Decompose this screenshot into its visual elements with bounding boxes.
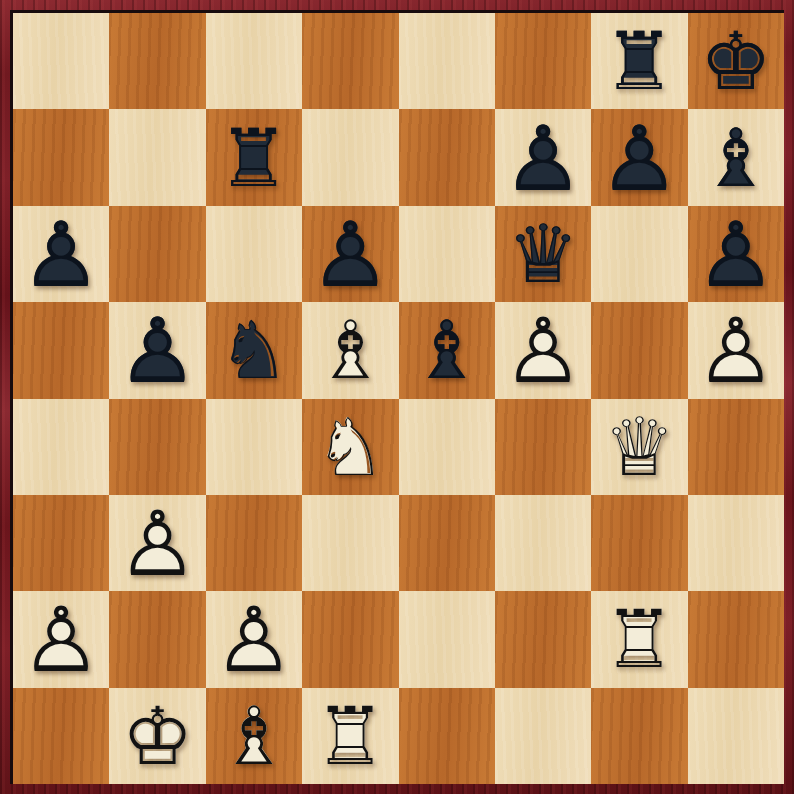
- piece-outline-glyph: ♙: [695, 306, 776, 396]
- white-pawn-icon[interactable]: ♟♙: [109, 495, 205, 591]
- black-king-icon[interactable]: ♚♔: [688, 13, 784, 109]
- piece-outline-glyph: ♖: [604, 600, 676, 680]
- square-c5[interactable]: ♞♘: [206, 302, 302, 398]
- black-pawn-icon[interactable]: ♟♙: [688, 206, 784, 302]
- square-e2[interactable]: [399, 591, 495, 687]
- square-a7[interactable]: [13, 109, 109, 205]
- square-a5[interactable]: [13, 302, 109, 398]
- white-rook-icon[interactable]: ♜♖: [591, 591, 687, 687]
- piece-outline-glyph: ♕: [604, 408, 676, 488]
- square-a3[interactable]: [13, 495, 109, 591]
- black-pawn-icon[interactable]: ♟♙: [495, 109, 591, 205]
- square-g5[interactable]: [591, 302, 687, 398]
- white-bishop-icon[interactable]: ♝♗: [302, 302, 398, 398]
- square-b1[interactable]: ♚♔: [109, 688, 205, 784]
- square-g4[interactable]: ♛♕: [591, 399, 687, 495]
- square-f1[interactable]: [495, 688, 591, 784]
- white-bishop-icon[interactable]: ♝♗: [206, 688, 302, 784]
- square-h1[interactable]: [688, 688, 784, 784]
- white-king-icon[interactable]: ♚♔: [109, 688, 205, 784]
- square-f8[interactable]: [495, 13, 591, 109]
- square-a2[interactable]: ♟♙: [13, 591, 109, 687]
- square-h8[interactable]: ♚♔: [688, 13, 784, 109]
- board-frame: ♜♖♚♔♜♖♟♙♟♙♝♗♟♙♟♙♛♕♟♙♟♙♞♘♝♗♝♗♟♙♟♙♞♘♛♕♟♙♟♙…: [0, 0, 794, 794]
- square-e4[interactable]: [399, 399, 495, 495]
- square-e7[interactable]: [399, 109, 495, 205]
- black-bishop-icon[interactable]: ♝♗: [688, 109, 784, 205]
- piece-outline-glyph: ♙: [503, 114, 584, 204]
- square-h2[interactable]: [688, 591, 784, 687]
- piece-outline-glyph: ♙: [310, 210, 391, 300]
- black-pawn-icon[interactable]: ♟♙: [13, 206, 109, 302]
- board-inner-edge: ♜♖♚♔♜♖♟♙♟♙♝♗♟♙♟♙♛♕♟♙♟♙♞♘♝♗♝♗♟♙♟♙♞♘♛♕♟♙♟♙…: [10, 10, 784, 784]
- black-bishop-icon[interactable]: ♝♗: [399, 302, 495, 398]
- square-f3[interactable]: [495, 495, 591, 591]
- square-e6[interactable]: [399, 206, 495, 302]
- square-c4[interactable]: [206, 399, 302, 495]
- piece-outline-glyph: ♙: [21, 210, 102, 300]
- piece-outline-glyph: ♘: [314, 408, 386, 488]
- square-g8[interactable]: ♜♖: [591, 13, 687, 109]
- square-a4[interactable]: [13, 399, 109, 495]
- square-f4[interactable]: [495, 399, 591, 495]
- square-h6[interactable]: ♟♙: [688, 206, 784, 302]
- piece-outline-glyph: ♙: [117, 306, 198, 396]
- piece-outline-glyph: ♗: [218, 697, 290, 777]
- square-d4[interactable]: ♞♘: [302, 399, 398, 495]
- white-pawn-icon[interactable]: ♟♙: [13, 591, 109, 687]
- square-h4[interactable]: [688, 399, 784, 495]
- square-h5[interactable]: ♟♙: [688, 302, 784, 398]
- square-g3[interactable]: [591, 495, 687, 591]
- black-pawn-icon[interactable]: ♟♙: [109, 302, 205, 398]
- white-queen-icon[interactable]: ♛♕: [591, 399, 687, 495]
- square-c7[interactable]: ♜♖: [206, 109, 302, 205]
- piece-outline-glyph: ♔: [700, 22, 772, 102]
- square-a6[interactable]: ♟♙: [13, 206, 109, 302]
- square-f5[interactable]: ♟♙: [495, 302, 591, 398]
- square-b7[interactable]: [109, 109, 205, 205]
- square-f6[interactable]: ♛♕: [495, 206, 591, 302]
- piece-outline-glyph: ♗: [700, 119, 772, 199]
- piece-outline-glyph: ♗: [411, 311, 483, 391]
- black-pawn-icon[interactable]: ♟♙: [302, 206, 398, 302]
- square-d3[interactable]: [302, 495, 398, 591]
- square-b2[interactable]: [109, 591, 205, 687]
- piece-outline-glyph: ♙: [117, 499, 198, 589]
- square-a1[interactable]: [13, 688, 109, 784]
- square-c1[interactable]: ♝♗: [206, 688, 302, 784]
- square-a8[interactable]: [13, 13, 109, 109]
- square-g1[interactable]: [591, 688, 687, 784]
- square-b6[interactable]: [109, 206, 205, 302]
- chess-board: ♜♖♚♔♜♖♟♙♟♙♝♗♟♙♟♙♛♕♟♙♟♙♞♘♝♗♝♗♟♙♟♙♞♘♛♕♟♙♟♙…: [13, 13, 784, 784]
- square-c8[interactable]: [206, 13, 302, 109]
- white-pawn-icon[interactable]: ♟♙: [495, 302, 591, 398]
- square-e8[interactable]: [399, 13, 495, 109]
- square-g6[interactable]: [591, 206, 687, 302]
- square-b8[interactable]: [109, 13, 205, 109]
- square-f2[interactable]: [495, 591, 591, 687]
- piece-outline-glyph: ♖: [218, 119, 290, 199]
- square-c3[interactable]: [206, 495, 302, 591]
- square-f7[interactable]: ♟♙: [495, 109, 591, 205]
- white-pawn-icon[interactable]: ♟♙: [688, 302, 784, 398]
- piece-outline-glyph: ♗: [314, 311, 386, 391]
- square-d1[interactable]: ♜♖: [302, 688, 398, 784]
- square-g7[interactable]: ♟♙: [591, 109, 687, 205]
- piece-outline-glyph: ♘: [218, 311, 290, 391]
- white-rook-icon[interactable]: ♜♖: [302, 688, 398, 784]
- square-b3[interactable]: ♟♙: [109, 495, 205, 591]
- square-b5[interactable]: ♟♙: [109, 302, 205, 398]
- square-h3[interactable]: [688, 495, 784, 591]
- square-g2[interactable]: ♜♖: [591, 591, 687, 687]
- square-b4[interactable]: [109, 399, 205, 495]
- piece-outline-glyph: ♙: [599, 114, 680, 204]
- square-d7[interactable]: [302, 109, 398, 205]
- piece-outline-glyph: ♙: [21, 595, 102, 685]
- piece-outline-glyph: ♔: [122, 697, 194, 777]
- square-d6[interactable]: ♟♙: [302, 206, 398, 302]
- square-d8[interactable]: [302, 13, 398, 109]
- black-rook-icon[interactable]: ♜♖: [206, 109, 302, 205]
- square-h7[interactable]: ♝♗: [688, 109, 784, 205]
- piece-outline-glyph: ♕: [507, 215, 579, 295]
- square-e1[interactable]: [399, 688, 495, 784]
- square-e5[interactable]: ♝♗: [399, 302, 495, 398]
- black-rook-icon[interactable]: ♜♖: [591, 13, 687, 109]
- square-c6[interactable]: [206, 206, 302, 302]
- square-d5[interactable]: ♝♗: [302, 302, 398, 398]
- black-knight-icon[interactable]: ♞♘: [206, 302, 302, 398]
- black-queen-icon[interactable]: ♛♕: [495, 206, 591, 302]
- piece-outline-glyph: ♙: [214, 595, 295, 685]
- square-e3[interactable]: [399, 495, 495, 591]
- piece-outline-glyph: ♙: [695, 210, 776, 300]
- piece-outline-glyph: ♖: [604, 22, 676, 102]
- piece-outline-glyph: ♙: [503, 306, 584, 396]
- square-d2[interactable]: [302, 591, 398, 687]
- white-knight-icon[interactable]: ♞♘: [302, 399, 398, 495]
- black-pawn-icon[interactable]: ♟♙: [591, 109, 687, 205]
- square-c2[interactable]: ♟♙: [206, 591, 302, 687]
- white-pawn-icon[interactable]: ♟♙: [206, 591, 302, 687]
- piece-outline-glyph: ♖: [314, 697, 386, 777]
